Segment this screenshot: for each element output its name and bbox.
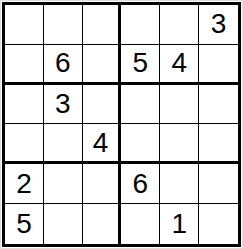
cell-r4c5[interactable]	[160, 124, 199, 164]
cell-r1c2[interactable]	[44, 5, 83, 45]
cell-r1c4[interactable]	[121, 5, 160, 45]
cell-r2c4-given-5[interactable]: 5	[121, 45, 160, 85]
cell-r3c5[interactable]	[160, 85, 199, 125]
cell-r4c1[interactable]	[5, 124, 44, 164]
cell-r5c3[interactable]	[83, 164, 122, 204]
sudoku-board: 3654342651	[2, 2, 241, 247]
cell-r1c1[interactable]	[5, 5, 44, 45]
cell-r5c2[interactable]	[44, 164, 83, 204]
cell-r6c4[interactable]	[121, 204, 160, 244]
cell-r4c4[interactable]	[121, 124, 160, 164]
cell-r5c1-given-2[interactable]: 2	[5, 164, 44, 204]
sudoku-screenshot: 3654342651	[0, 0, 243, 249]
cell-r3c6[interactable]	[199, 85, 238, 125]
cell-r2c1[interactable]	[5, 45, 44, 85]
cell-r5c4-given-6[interactable]: 6	[121, 164, 160, 204]
cell-r6c3[interactable]	[83, 204, 122, 244]
cell-r6c6[interactable]	[199, 204, 238, 244]
cell-r1c5[interactable]	[160, 5, 199, 45]
cell-r6c5-given-1[interactable]: 1	[160, 204, 199, 244]
cell-r3c2-given-3[interactable]: 3	[44, 85, 83, 125]
cell-r2c5-given-4[interactable]: 4	[160, 45, 199, 85]
cell-r5c5[interactable]	[160, 164, 199, 204]
cell-r4c6[interactable]	[199, 124, 238, 164]
cell-r2c6[interactable]	[199, 45, 238, 85]
cell-r6c2[interactable]	[44, 204, 83, 244]
cell-r6c1-given-5[interactable]: 5	[5, 204, 44, 244]
cell-r1c3[interactable]	[83, 5, 122, 45]
cell-r4c3-given-4[interactable]: 4	[83, 124, 122, 164]
cell-r3c1[interactable]	[5, 85, 44, 125]
cell-r3c4[interactable]	[121, 85, 160, 125]
cell-r1c6-given-3[interactable]: 3	[199, 5, 238, 45]
cell-r2c3[interactable]	[83, 45, 122, 85]
cell-r3c3[interactable]	[83, 85, 122, 125]
cell-r5c6[interactable]	[199, 164, 238, 204]
cell-r4c2[interactable]	[44, 124, 83, 164]
cell-r2c2-given-6[interactable]: 6	[44, 45, 83, 85]
